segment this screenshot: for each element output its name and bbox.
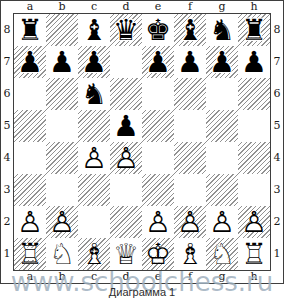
square-b8[interactable] (46, 14, 78, 46)
rank-label-1: 1 (271, 238, 283, 270)
square-f6[interactable] (174, 78, 206, 110)
piece-white-knight-b1: ♘ (49, 238, 75, 270)
rank-label-4: 4 (1, 142, 13, 174)
rank-label-8: 8 (271, 14, 283, 46)
piece-white-pawn-f2: ♙ (177, 206, 203, 238)
piece-white-pawn-b2: ♙ (49, 206, 75, 238)
file-label-c: c (78, 271, 110, 283)
file-label-h: h (238, 1, 270, 13)
chess-board: ♜♝♛♚♝♞♜♟♟♟♟♟♟♟♞♟♙♙♙♙♙♙♙♙♖♘♗♕♔♗♘♖ (13, 13, 271, 271)
square-b1[interactable]: ♘ (46, 238, 78, 270)
piece-white-rook-h1: ♖ (241, 238, 267, 270)
piece-black-queen-d8: ♛ (113, 14, 139, 46)
square-g7[interactable]: ♟ (206, 46, 238, 78)
square-e4[interactable] (142, 142, 174, 174)
piece-black-pawn-b7: ♟ (49, 46, 75, 78)
rank-label-6: 6 (271, 78, 283, 110)
square-d4[interactable]: ♙ (110, 142, 142, 174)
file-labels-top: abcdefgh (1, 1, 283, 13)
square-d1[interactable]: ♕ (110, 238, 142, 270)
square-e5[interactable] (142, 110, 174, 142)
square-e6[interactable] (142, 78, 174, 110)
square-g1[interactable]: ♘ (206, 238, 238, 270)
page: abcdefgh 87654321 ♜♝♛♚♝♞♜♟♟♟♟♟♟♟♞♟♙♙♙♙♙♙… (0, 0, 284, 300)
square-d8[interactable]: ♛ (110, 14, 142, 46)
board-middle-band: 87654321 ♜♝♛♚♝♞♜♟♟♟♟♟♟♟♞♟♙♙♙♙♙♙♙♙♖♘♗♕♔♗♘… (1, 13, 283, 271)
rank-label-5: 5 (1, 110, 13, 142)
piece-black-knight-c6: ♞ (81, 78, 107, 110)
square-d3[interactable] (110, 174, 142, 206)
piece-black-pawn-h7: ♟ (241, 46, 267, 78)
square-g3[interactable] (206, 174, 238, 206)
piece-black-pawn-c7: ♟ (81, 46, 107, 78)
square-g2[interactable]: ♙ (206, 206, 238, 238)
square-a2[interactable]: ♙ (14, 206, 46, 238)
rank-label-4: 4 (271, 142, 283, 174)
file-label-e: e (142, 271, 174, 283)
square-c2[interactable] (78, 206, 110, 238)
square-e2[interactable]: ♙ (142, 206, 174, 238)
file-label-d: d (110, 271, 142, 283)
square-f7[interactable]: ♟ (174, 46, 206, 78)
file-label-f: f (174, 1, 206, 13)
square-b4[interactable] (46, 142, 78, 174)
square-a8[interactable]: ♜ (14, 14, 46, 46)
chess-diagram: abcdefgh 87654321 ♜♝♛♚♝♞♜♟♟♟♟♟♟♟♞♟♙♙♙♙♙♙… (0, 0, 284, 284)
square-e7[interactable]: ♟ (142, 46, 174, 78)
square-h7[interactable]: ♟ (238, 46, 270, 78)
square-f1[interactable]: ♗ (174, 238, 206, 270)
square-g6[interactable] (206, 78, 238, 110)
piece-white-knight-g1: ♘ (209, 238, 235, 270)
square-e1[interactable]: ♔ (142, 238, 174, 270)
square-b6[interactable] (46, 78, 78, 110)
diagram-caption: Диаграмма 1 (0, 285, 284, 300)
piece-white-king-e1: ♔ (145, 238, 171, 270)
rank-label-2: 2 (1, 206, 13, 238)
square-h1[interactable]: ♖ (238, 238, 270, 270)
piece-black-rook-a8: ♜ (17, 14, 43, 46)
square-h8[interactable]: ♜ (238, 14, 270, 46)
square-d5[interactable]: ♟ (110, 110, 142, 142)
square-c5[interactable] (78, 110, 110, 142)
piece-white-pawn-h2: ♙ (241, 206, 267, 238)
square-g8[interactable]: ♞ (206, 14, 238, 46)
piece-white-queen-d1: ♕ (113, 238, 139, 270)
rank-label-2: 2 (271, 206, 283, 238)
rank-label-7: 7 (1, 46, 13, 78)
square-h4[interactable] (238, 142, 270, 174)
piece-black-pawn-d5: ♟ (113, 110, 139, 142)
square-a3[interactable] (14, 174, 46, 206)
piece-black-bishop-f8: ♝ (177, 14, 203, 46)
piece-white-bishop-c1: ♗ (81, 238, 107, 270)
file-label-b: b (46, 271, 78, 283)
file-labels-bottom: abcdefgh (1, 271, 283, 283)
square-c8[interactable]: ♝ (78, 14, 110, 46)
square-b2[interactable]: ♙ (46, 206, 78, 238)
square-f8[interactable]: ♝ (174, 14, 206, 46)
square-f4[interactable] (174, 142, 206, 174)
piece-black-pawn-g7: ♟ (209, 46, 235, 78)
piece-white-pawn-a2: ♙ (17, 206, 43, 238)
square-d2[interactable] (110, 206, 142, 238)
square-c4[interactable]: ♙ (78, 142, 110, 174)
piece-black-pawn-a7: ♟ (17, 46, 43, 78)
piece-white-rook-a1: ♖ (17, 238, 43, 270)
piece-white-bishop-f1: ♗ (177, 238, 203, 270)
square-a6[interactable] (14, 78, 46, 110)
square-a5[interactable] (14, 110, 46, 142)
rank-label-7: 7 (271, 46, 283, 78)
rank-label-3: 3 (1, 174, 13, 206)
file-label-b: b (46, 1, 78, 13)
piece-white-pawn-e2: ♙ (145, 206, 171, 238)
rank-label-1: 1 (1, 238, 13, 270)
square-b3[interactable] (46, 174, 78, 206)
square-c1[interactable]: ♗ (78, 238, 110, 270)
square-h6[interactable] (238, 78, 270, 110)
square-b5[interactable] (46, 110, 78, 142)
square-f2[interactable]: ♙ (174, 206, 206, 238)
square-h5[interactable] (238, 110, 270, 142)
rank-label-3: 3 (271, 174, 283, 206)
rank-label-8: 8 (1, 14, 13, 46)
square-c3[interactable] (78, 174, 110, 206)
file-label-f: f (174, 271, 206, 283)
rank-labels-left: 87654321 (1, 13, 13, 271)
square-d7[interactable] (110, 46, 142, 78)
square-d6[interactable] (110, 78, 142, 110)
rank-labels-right: 87654321 (271, 13, 283, 271)
square-f3[interactable] (174, 174, 206, 206)
piece-white-pawn-d4: ♙ (113, 142, 139, 174)
file-label-h: h (238, 271, 270, 283)
rank-label-6: 6 (1, 78, 13, 110)
piece-black-king-e8: ♚ (145, 14, 171, 46)
square-f5[interactable] (174, 110, 206, 142)
piece-black-pawn-e7: ♟ (145, 46, 171, 78)
piece-black-bishop-c8: ♝ (81, 14, 107, 46)
piece-white-pawn-c4: ♙ (81, 142, 107, 174)
piece-black-knight-g8: ♞ (209, 14, 235, 46)
square-c6[interactable]: ♞ (78, 78, 110, 110)
square-c7[interactable]: ♟ (78, 46, 110, 78)
piece-black-rook-h8: ♜ (241, 14, 267, 46)
square-b7[interactable]: ♟ (46, 46, 78, 78)
file-label-a: a (14, 1, 46, 13)
square-h2[interactable]: ♙ (238, 206, 270, 238)
square-h3[interactable] (238, 174, 270, 206)
file-label-c: c (78, 1, 110, 13)
file-label-g: g (206, 1, 238, 13)
piece-black-pawn-f7: ♟ (177, 46, 203, 78)
file-label-a: a (14, 271, 46, 283)
file-label-g: g (206, 271, 238, 283)
piece-white-pawn-g2: ♙ (209, 206, 235, 238)
rank-label-5: 5 (271, 110, 283, 142)
square-e3[interactable] (142, 174, 174, 206)
square-e8[interactable]: ♚ (142, 14, 174, 46)
square-a4[interactable] (14, 142, 46, 174)
square-a7[interactable]: ♟ (14, 46, 46, 78)
square-g4[interactable] (206, 142, 238, 174)
square-a1[interactable]: ♖ (14, 238, 46, 270)
file-label-d: d (110, 1, 142, 13)
file-label-e: e (142, 1, 174, 13)
square-g5[interactable] (206, 110, 238, 142)
